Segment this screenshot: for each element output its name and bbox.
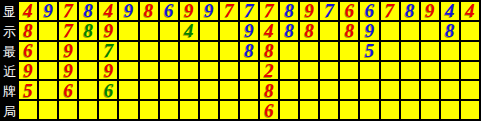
digit-7: 7 bbox=[104, 42, 114, 60]
grid-cell bbox=[340, 101, 360, 121]
grid-cell: 8 bbox=[441, 22, 461, 42]
digit-7: 7 bbox=[224, 2, 234, 20]
grid-cell bbox=[79, 42, 99, 62]
grid-cell: 9 bbox=[39, 2, 59, 22]
grid-cell bbox=[401, 101, 421, 121]
grid-cell: 8 bbox=[240, 42, 260, 62]
grid-cell bbox=[220, 62, 240, 82]
board-title-char: 近 bbox=[0, 62, 19, 82]
grid-cell: 4 bbox=[19, 2, 39, 22]
grid-cell bbox=[461, 81, 481, 101]
grid-cell: 8 bbox=[19, 22, 39, 42]
grid-cell bbox=[280, 101, 300, 121]
grid-cell: 2 bbox=[260, 62, 280, 82]
grid-cell bbox=[461, 22, 481, 42]
digit-7: 7 bbox=[63, 2, 73, 20]
grid-cell: 4 bbox=[180, 22, 200, 42]
digit-8: 8 bbox=[264, 42, 274, 60]
grid-cell bbox=[280, 42, 300, 62]
digit-7: 7 bbox=[63, 22, 73, 40]
grid-cell bbox=[160, 42, 180, 62]
grid-cell bbox=[240, 62, 260, 82]
grid-cell: 4 bbox=[461, 2, 481, 22]
grid-cell bbox=[240, 81, 260, 101]
grid-cell: 8 bbox=[260, 42, 280, 62]
digit-8: 8 bbox=[84, 22, 94, 40]
grid-cell: 7 bbox=[220, 2, 240, 22]
grid-cell bbox=[220, 22, 240, 42]
number-grid: 4978498699777897667894487894948889869788… bbox=[19, 2, 481, 121]
grid-cell bbox=[280, 81, 300, 101]
grid-cell bbox=[340, 42, 360, 62]
digit-4: 4 bbox=[465, 2, 475, 20]
board-title-char: 最 bbox=[0, 42, 19, 62]
grid-cell bbox=[220, 42, 240, 62]
digit-9: 9 bbox=[124, 2, 134, 20]
grid-cell bbox=[140, 81, 160, 101]
grid-cell: 7 bbox=[59, 2, 79, 22]
grid-cell: 8 bbox=[280, 22, 300, 42]
grid-cell: 5 bbox=[360, 42, 380, 62]
grid-cell bbox=[200, 81, 220, 101]
grid-cell bbox=[441, 81, 461, 101]
grid-cell bbox=[200, 42, 220, 62]
digit-5: 5 bbox=[23, 81, 33, 99]
grid-cell bbox=[140, 42, 160, 62]
grid-cell bbox=[200, 62, 220, 82]
grid-cell bbox=[381, 62, 401, 82]
grid-cell bbox=[220, 81, 240, 101]
digit-9: 9 bbox=[184, 2, 194, 20]
grid-cell: 6 bbox=[19, 42, 39, 62]
digit-5: 5 bbox=[365, 42, 375, 60]
grid-cell: 5 bbox=[19, 81, 39, 101]
grid-cell bbox=[401, 42, 421, 62]
grid-cell bbox=[19, 101, 39, 121]
grid-cell bbox=[441, 62, 461, 82]
grid-cell: 9 bbox=[99, 22, 119, 42]
grid-cell bbox=[39, 62, 59, 82]
board-title-char: 显 bbox=[0, 2, 19, 22]
grid-cell: 6 bbox=[59, 81, 79, 101]
grid-cell bbox=[140, 62, 160, 82]
grid-cell: 9 bbox=[19, 62, 39, 82]
digit-9: 9 bbox=[104, 62, 114, 80]
grid-cell: 7 bbox=[320, 2, 340, 22]
grid-cell bbox=[39, 101, 59, 121]
grid-cell bbox=[79, 101, 99, 121]
grid-cell: 9 bbox=[360, 22, 380, 42]
digit-8: 8 bbox=[405, 2, 415, 20]
digit-4: 4 bbox=[104, 2, 114, 20]
digit-6: 6 bbox=[23, 42, 33, 60]
digit-9: 9 bbox=[43, 2, 53, 20]
grid-cell bbox=[180, 81, 200, 101]
digit-8: 8 bbox=[144, 2, 154, 20]
grid-cell bbox=[200, 101, 220, 121]
grid-cell bbox=[240, 101, 260, 121]
grid-cell: 8 bbox=[260, 81, 280, 101]
grid-cell: 8 bbox=[340, 22, 360, 42]
grid-cell bbox=[441, 101, 461, 121]
grid-cell bbox=[421, 22, 441, 42]
grid-cell bbox=[401, 81, 421, 101]
grid-cell bbox=[160, 22, 180, 42]
grid-cell bbox=[119, 62, 139, 82]
digit-4: 4 bbox=[184, 22, 194, 40]
grid-cell bbox=[320, 42, 340, 62]
grid-cell bbox=[160, 81, 180, 101]
grid-cell: 4 bbox=[260, 22, 280, 42]
grid-cell: 8 bbox=[79, 2, 99, 22]
grid-cell bbox=[360, 81, 380, 101]
digit-8: 8 bbox=[23, 22, 33, 40]
grid-cell bbox=[421, 101, 441, 121]
grid-cell bbox=[461, 62, 481, 82]
grid-cell: 9 bbox=[119, 2, 139, 22]
digit-7: 7 bbox=[244, 2, 254, 20]
digit-8: 8 bbox=[345, 22, 355, 40]
grid-cell: 9 bbox=[99, 62, 119, 82]
digit-6: 6 bbox=[264, 101, 274, 119]
digit-9: 9 bbox=[23, 62, 33, 80]
grid-cell bbox=[360, 62, 380, 82]
digit-9: 9 bbox=[305, 2, 315, 20]
digit-9: 9 bbox=[244, 22, 254, 40]
grid-cell bbox=[360, 101, 380, 121]
digit-9: 9 bbox=[365, 22, 375, 40]
grid-cell bbox=[421, 62, 441, 82]
digit-8: 8 bbox=[264, 81, 274, 99]
grid-cell: 9 bbox=[300, 2, 320, 22]
digit-2: 2 bbox=[264, 62, 274, 80]
grid-cell: 9 bbox=[200, 2, 220, 22]
grid-cell: 7 bbox=[99, 42, 119, 62]
grid-cell bbox=[180, 101, 200, 121]
grid-cell: 7 bbox=[59, 22, 79, 42]
grid-cell bbox=[140, 22, 160, 42]
grid-cell bbox=[300, 42, 320, 62]
grid-cell: 8 bbox=[79, 22, 99, 42]
grid-cell: 9 bbox=[421, 2, 441, 22]
grid-cell bbox=[160, 62, 180, 82]
board-title-char: 示 bbox=[0, 22, 19, 42]
grid-cell bbox=[421, 42, 441, 62]
grid-cell bbox=[401, 22, 421, 42]
digit-8: 8 bbox=[305, 22, 315, 40]
digit-4: 4 bbox=[264, 22, 274, 40]
digit-8: 8 bbox=[445, 22, 455, 40]
grid-cell bbox=[300, 81, 320, 101]
grid-cell bbox=[180, 62, 200, 82]
grid-cell bbox=[381, 81, 401, 101]
grid-cell: 8 bbox=[401, 2, 421, 22]
grid-cell bbox=[119, 101, 139, 121]
digit-9: 9 bbox=[104, 22, 114, 40]
grid-cell bbox=[220, 101, 240, 121]
grid-cell bbox=[59, 101, 79, 121]
grid-cell bbox=[99, 101, 119, 121]
grid-cell bbox=[421, 81, 441, 101]
grid-cell bbox=[381, 101, 401, 121]
grid-cell: 4 bbox=[99, 2, 119, 22]
grid-cell bbox=[119, 81, 139, 101]
board-title-vertical: 显示最近牌局 bbox=[0, 2, 19, 121]
digit-7: 7 bbox=[264, 2, 274, 20]
digit-8: 8 bbox=[284, 2, 294, 20]
grid-cell: 6 bbox=[360, 2, 380, 22]
grid-cell bbox=[119, 22, 139, 42]
digit-9: 9 bbox=[63, 42, 73, 60]
grid-cell: 7 bbox=[381, 2, 401, 22]
grid-cell: 6 bbox=[260, 101, 280, 121]
grid-cell bbox=[200, 22, 220, 42]
grid-cell bbox=[320, 101, 340, 121]
digit-8: 8 bbox=[244, 42, 254, 60]
digit-6: 6 bbox=[365, 2, 375, 20]
grid-cell bbox=[441, 42, 461, 62]
digit-4: 4 bbox=[23, 2, 33, 20]
grid-cell: 9 bbox=[180, 2, 200, 22]
grid-cell bbox=[401, 62, 421, 82]
grid-cell: 6 bbox=[99, 81, 119, 101]
digit-7: 7 bbox=[325, 2, 335, 20]
digit-6: 6 bbox=[104, 81, 114, 99]
grid-cell bbox=[340, 81, 360, 101]
grid-cell bbox=[79, 81, 99, 101]
digit-6: 6 bbox=[164, 2, 174, 20]
grid-cell: 9 bbox=[59, 62, 79, 82]
grid-cell: 8 bbox=[300, 22, 320, 42]
grid-cell: 9 bbox=[59, 42, 79, 62]
grid-cell bbox=[381, 42, 401, 62]
grid-cell: 6 bbox=[340, 2, 360, 22]
digit-9: 9 bbox=[63, 62, 73, 80]
grid-cell bbox=[381, 22, 401, 42]
digit-6: 6 bbox=[63, 81, 73, 99]
digit-6: 6 bbox=[345, 2, 355, 20]
grid-cell bbox=[340, 62, 360, 82]
grid-cell bbox=[300, 101, 320, 121]
grid-cell bbox=[79, 62, 99, 82]
digit-9: 9 bbox=[425, 2, 435, 20]
grid-cell bbox=[39, 42, 59, 62]
grid-cell: 8 bbox=[140, 2, 160, 22]
grid-cell bbox=[119, 42, 139, 62]
grid-cell bbox=[461, 42, 481, 62]
grid-cell bbox=[180, 42, 200, 62]
grid-cell bbox=[320, 62, 340, 82]
grid-cell bbox=[300, 62, 320, 82]
grid-cell: 4 bbox=[441, 2, 461, 22]
grid-cell bbox=[39, 81, 59, 101]
digit-7: 7 bbox=[385, 2, 395, 20]
digit-8: 8 bbox=[84, 2, 94, 20]
digit-9: 9 bbox=[204, 2, 214, 20]
grid-cell: 8 bbox=[280, 2, 300, 22]
recent-rounds-board: 显示最近牌局 497849869977789766789448789494888… bbox=[0, 0, 481, 121]
board-title-char: 局 bbox=[0, 101, 19, 121]
grid-cell bbox=[280, 62, 300, 82]
grid-cell: 7 bbox=[240, 2, 260, 22]
grid-cell bbox=[461, 101, 481, 121]
digit-4: 4 bbox=[445, 2, 455, 20]
board-title-char: 牌 bbox=[0, 81, 19, 101]
grid-cell: 7 bbox=[260, 2, 280, 22]
grid-cell: 9 bbox=[240, 22, 260, 42]
grid-cell: 6 bbox=[160, 2, 180, 22]
grid-cell bbox=[320, 81, 340, 101]
grid-cell bbox=[160, 101, 180, 121]
grid-cell bbox=[39, 22, 59, 42]
grid-cell bbox=[140, 101, 160, 121]
grid-cell bbox=[320, 22, 340, 42]
digit-8: 8 bbox=[284, 22, 294, 40]
